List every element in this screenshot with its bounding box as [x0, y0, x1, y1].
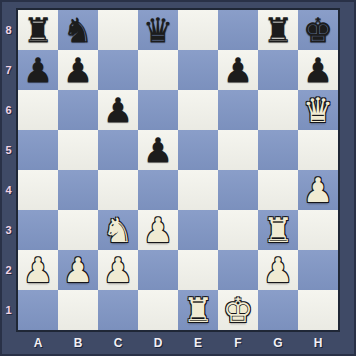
- square-f8[interactable]: [218, 10, 258, 50]
- square-d4[interactable]: [138, 170, 178, 210]
- square-h5[interactable]: [298, 130, 338, 170]
- square-h4[interactable]: ♟: [298, 170, 338, 210]
- square-b4[interactable]: [58, 170, 98, 210]
- square-h3[interactable]: [298, 210, 338, 250]
- square-c1[interactable]: [98, 290, 138, 330]
- square-a5[interactable]: [18, 130, 58, 170]
- square-c7[interactable]: [98, 50, 138, 90]
- white-pawn-h4[interactable]: ♟: [298, 170, 338, 210]
- square-e2[interactable]: [178, 250, 218, 290]
- square-b7[interactable]: ♟: [58, 50, 98, 90]
- square-g2[interactable]: ♟: [258, 250, 298, 290]
- square-b8[interactable]: ♞: [58, 10, 98, 50]
- square-f6[interactable]: [218, 90, 258, 130]
- square-b2[interactable]: ♟: [58, 250, 98, 290]
- square-h2[interactable]: [298, 250, 338, 290]
- square-g4[interactable]: [258, 170, 298, 210]
- square-d6[interactable]: [138, 90, 178, 130]
- black-pawn-c6[interactable]: ♟: [98, 90, 138, 130]
- square-d8[interactable]: ♛: [138, 10, 178, 50]
- square-a8[interactable]: ♜: [18, 10, 58, 50]
- file-label-c: C: [98, 333, 138, 353]
- square-g1[interactable]: [258, 290, 298, 330]
- rank-label-3: 3: [0, 210, 17, 250]
- white-pawn-g2[interactable]: ♟: [258, 250, 298, 290]
- rank-label-5: 5: [0, 130, 17, 170]
- square-b3[interactable]: [58, 210, 98, 250]
- rank-label-8: 8: [0, 10, 17, 50]
- square-d3[interactable]: ♟: [138, 210, 178, 250]
- file-label-e: E: [178, 333, 218, 353]
- square-c8[interactable]: [98, 10, 138, 50]
- square-h8[interactable]: ♚: [298, 10, 338, 50]
- file-label-d: D: [138, 333, 178, 353]
- white-knight-c3[interactable]: ♞: [98, 210, 138, 250]
- square-h7[interactable]: ♟: [298, 50, 338, 90]
- black-pawn-f7[interactable]: ♟: [218, 50, 258, 90]
- square-f2[interactable]: [218, 250, 258, 290]
- square-f7[interactable]: ♟: [218, 50, 258, 90]
- file-label-f: F: [218, 333, 258, 353]
- square-g6[interactable]: [258, 90, 298, 130]
- square-a4[interactable]: [18, 170, 58, 210]
- white-pawn-d3[interactable]: ♟: [138, 210, 178, 250]
- square-e8[interactable]: [178, 10, 218, 50]
- white-pawn-b2[interactable]: ♟: [58, 250, 98, 290]
- white-rook-g3[interactable]: ♜: [258, 210, 298, 250]
- rank-label-2: 2: [0, 250, 17, 290]
- square-b6[interactable]: [58, 90, 98, 130]
- white-pawn-a2[interactable]: ♟: [18, 250, 58, 290]
- square-b1[interactable]: [58, 290, 98, 330]
- black-king-h8[interactable]: ♚: [298, 10, 338, 50]
- white-queen-h6[interactable]: ♛: [298, 90, 338, 130]
- square-a3[interactable]: [18, 210, 58, 250]
- black-queen-d8[interactable]: ♛: [138, 10, 178, 50]
- square-e1[interactable]: ♜: [178, 290, 218, 330]
- square-h6[interactable]: ♛: [298, 90, 338, 130]
- square-e6[interactable]: [178, 90, 218, 130]
- black-rook-g8[interactable]: ♜: [258, 10, 298, 50]
- square-g8[interactable]: ♜: [258, 10, 298, 50]
- square-e3[interactable]: [178, 210, 218, 250]
- square-e4[interactable]: [178, 170, 218, 210]
- square-c4[interactable]: [98, 170, 138, 210]
- rank-label-6: 6: [0, 90, 17, 130]
- square-f3[interactable]: [218, 210, 258, 250]
- chess-diagram-frame: ♜♞♛♜♚♟♟♟♟♟♛♟♟♞♟♜♟♟♟♟♜♚ 87654321 ABCDEFGH: [0, 0, 356, 356]
- file-label-a: A: [18, 333, 58, 353]
- square-a2[interactable]: ♟: [18, 250, 58, 290]
- square-e5[interactable]: [178, 130, 218, 170]
- square-c3[interactable]: ♞: [98, 210, 138, 250]
- square-f4[interactable]: [218, 170, 258, 210]
- file-label-g: G: [258, 333, 298, 353]
- white-rook-e1[interactable]: ♜: [178, 290, 218, 330]
- square-d1[interactable]: [138, 290, 178, 330]
- black-rook-a8[interactable]: ♜: [18, 10, 58, 50]
- square-c5[interactable]: [98, 130, 138, 170]
- square-f5[interactable]: [218, 130, 258, 170]
- black-pawn-h7[interactable]: ♟: [298, 50, 338, 90]
- square-d7[interactable]: [138, 50, 178, 90]
- chess-board: ♜♞♛♜♚♟♟♟♟♟♛♟♟♞♟♜♟♟♟♟♜♚: [18, 10, 338, 330]
- square-b5[interactable]: [58, 130, 98, 170]
- square-f1[interactable]: ♚: [218, 290, 258, 330]
- square-a6[interactable]: [18, 90, 58, 130]
- square-d2[interactable]: [138, 250, 178, 290]
- file-label-b: B: [58, 333, 98, 353]
- rank-label-1: 1: [0, 290, 17, 330]
- black-knight-b8[interactable]: ♞: [58, 10, 98, 50]
- square-c6[interactable]: ♟: [98, 90, 138, 130]
- black-pawn-b7[interactable]: ♟: [58, 50, 98, 90]
- square-g5[interactable]: [258, 130, 298, 170]
- rank-label-4: 4: [0, 170, 17, 210]
- square-a7[interactable]: ♟: [18, 50, 58, 90]
- black-pawn-d5[interactable]: ♟: [138, 130, 178, 170]
- square-d5[interactable]: ♟: [138, 130, 178, 170]
- square-c2[interactable]: ♟: [98, 250, 138, 290]
- black-pawn-a7[interactable]: ♟: [18, 50, 58, 90]
- square-a1[interactable]: [18, 290, 58, 330]
- square-g3[interactable]: ♜: [258, 210, 298, 250]
- square-e7[interactable]: [178, 50, 218, 90]
- rank-label-7: 7: [0, 50, 17, 90]
- white-king-f1[interactable]: ♚: [218, 290, 258, 330]
- square-g7[interactable]: [258, 50, 298, 90]
- file-label-h: H: [298, 333, 338, 353]
- square-h1[interactable]: [298, 290, 338, 330]
- white-pawn-c2[interactable]: ♟: [98, 250, 138, 290]
